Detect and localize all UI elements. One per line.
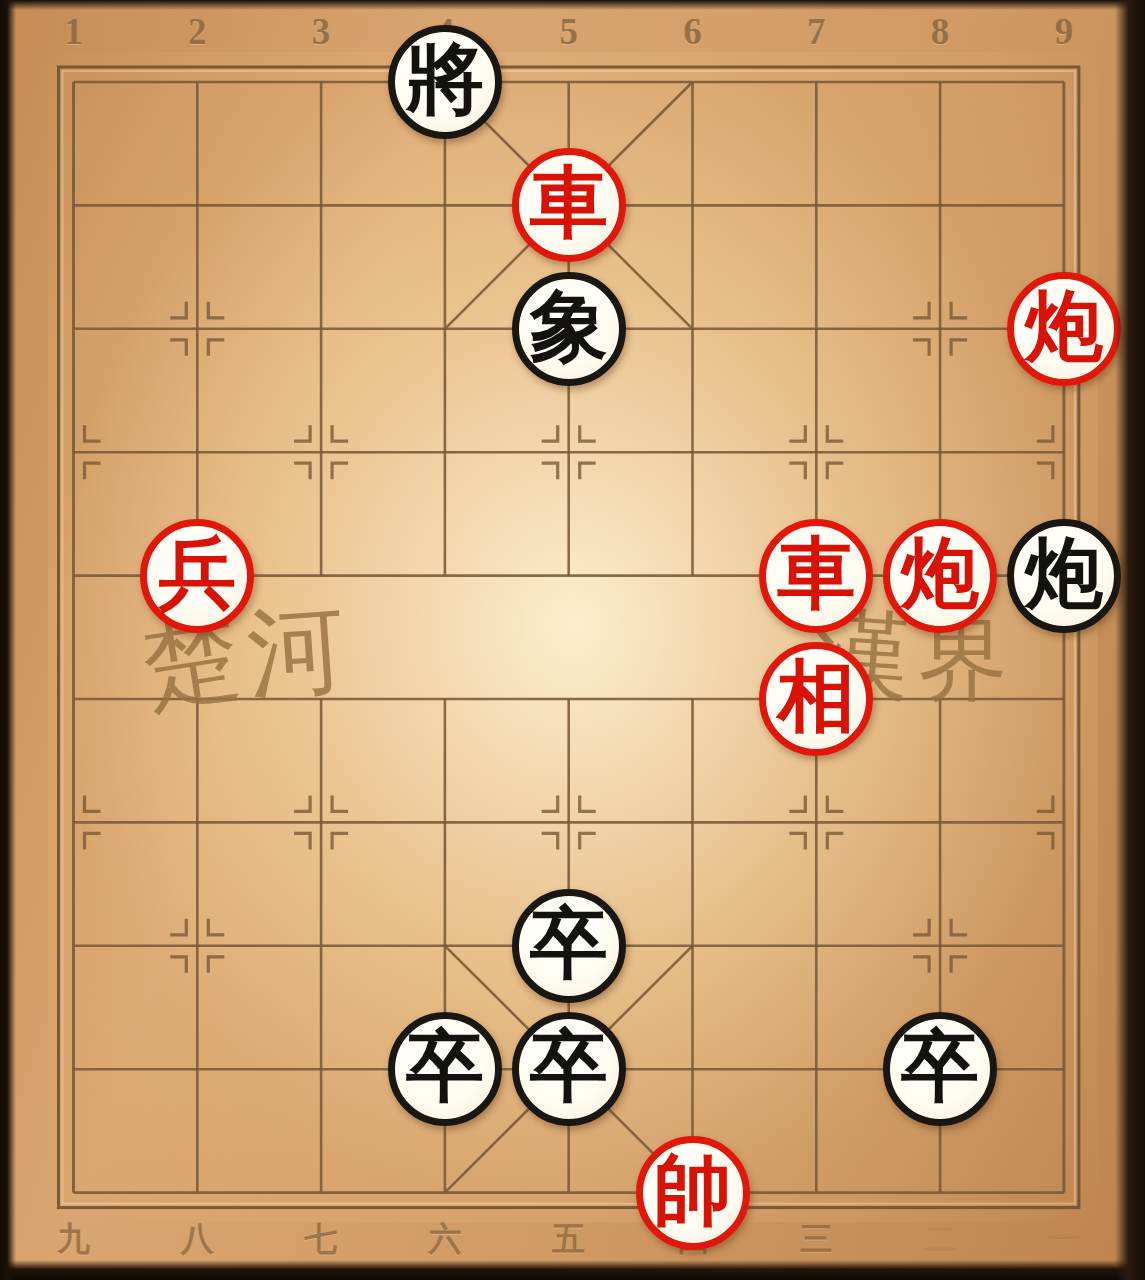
black-soldier-glyph: 卒 [406,1028,484,1106]
red-chariot-glyph: 車 [530,164,608,242]
pieces-layer: 將車象炮兵車炮炮相卒卒卒卒帥 [0,0,1145,1280]
piece-black-soldier[interactable]: 卒 [512,889,626,1003]
red-cannon-glyph: 炮 [1025,288,1103,366]
piece-black-cannon[interactable]: 炮 [1007,519,1121,633]
piece-red-elephant[interactable]: 相 [759,642,873,756]
black-elephant-glyph: 象 [530,288,608,366]
piece-red-chariot[interactable]: 車 [512,148,626,262]
red-cannon-glyph: 炮 [901,535,979,613]
piece-black-soldier[interactable]: 卒 [388,1012,502,1126]
piece-black-soldier[interactable]: 卒 [883,1012,997,1126]
piece-red-chariot[interactable]: 車 [759,519,873,633]
piece-black-soldier[interactable]: 卒 [512,1012,626,1126]
piece-red-cannon[interactable]: 炮 [1007,272,1121,386]
black-soldier-glyph: 卒 [901,1028,979,1106]
black-cannon-glyph: 炮 [1025,535,1103,613]
piece-red-general[interactable]: 帥 [636,1136,750,1250]
red-general-glyph: 帥 [654,1152,732,1230]
piece-red-soldier[interactable]: 兵 [140,519,254,633]
black-soldier-glyph: 卒 [530,1028,608,1106]
xiangqi-board: 楚河漢界 123456789 九八七六五四三二一 將車象炮兵車炮炮相卒卒卒卒帥 [0,0,1145,1280]
piece-red-cannon[interactable]: 炮 [883,519,997,633]
red-soldier-glyph: 兵 [158,535,236,613]
black-general-glyph: 將 [406,41,484,119]
black-soldier-glyph: 卒 [530,905,608,983]
red-elephant-glyph: 相 [777,658,855,736]
piece-black-elephant[interactable]: 象 [512,272,626,386]
red-chariot-glyph: 車 [777,535,855,613]
piece-black-general[interactable]: 將 [388,25,502,139]
